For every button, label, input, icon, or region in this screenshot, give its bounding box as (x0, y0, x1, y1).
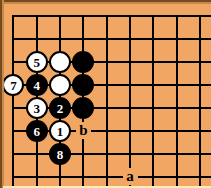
stone-white-7: 7 (2, 74, 24, 96)
stone-black-plain (72, 97, 94, 119)
stone-white-plain (49, 51, 71, 73)
grid-hline (12, 153, 211, 155)
go-board: ba57432618 (0, 0, 211, 188)
grid-hline (12, 38, 211, 40)
stone-white-3: 3 (26, 97, 48, 119)
grid-hline (12, 15, 211, 17)
board-border-bottom (3, 186, 211, 188)
grid-hline (12, 176, 211, 178)
stone-black-plain (72, 74, 94, 96)
stone-white-5: 5 (26, 51, 48, 73)
grid-vline (12, 15, 14, 187)
grid-vline (129, 15, 131, 187)
go-diagram: ba57432618 (0, 0, 211, 188)
stone-black-8: 8 (49, 143, 71, 165)
stone-white-plain (49, 74, 71, 96)
stone-black-4: 4 (26, 74, 48, 96)
stone-black-2: 2 (49, 97, 71, 119)
grid-vline (199, 15, 201, 187)
grid-vline (106, 15, 108, 187)
grid-vline (152, 15, 154, 187)
stone-black-6: 6 (26, 120, 48, 142)
board-border-top (0, 0, 211, 4)
stone-white-1: 1 (49, 120, 71, 142)
grid-vline (176, 15, 178, 187)
point-label-b: b (76, 122, 91, 139)
stone-black-plain (72, 51, 94, 73)
point-label-a: a (123, 168, 138, 185)
board-border-left (0, 0, 4, 188)
